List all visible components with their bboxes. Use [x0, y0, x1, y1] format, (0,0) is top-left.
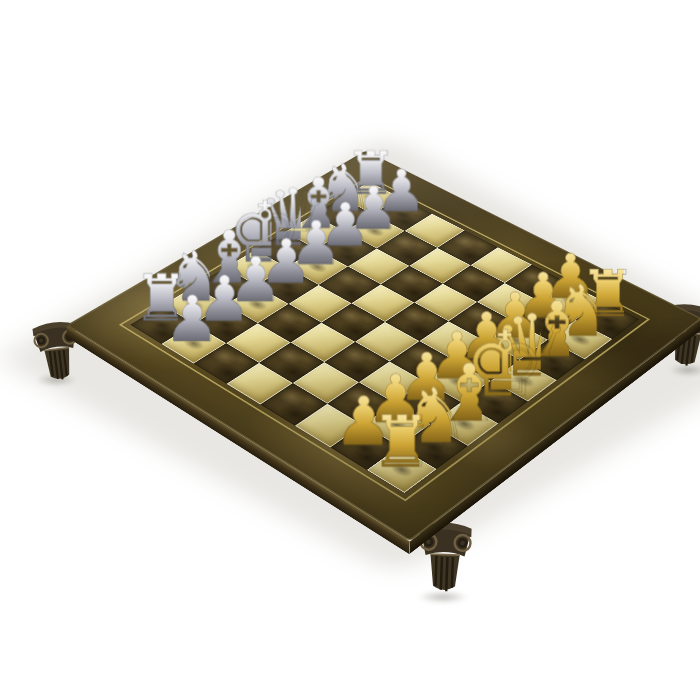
square-h7: ♟ [162, 324, 227, 364]
square-h1: ♜ [367, 447, 437, 493]
product-photo: ♜♟♟♜♞♟♟♞♝♟♟♝♛♟♟♛♚♟♟♚♝♟♟♝♞♟♟♞♜♟♟♜ [0, 0, 700, 700]
scene: ♜♟♟♜♞♟♟♞♝♟♟♝♛♟♟♛♚♟♟♚♝♟♟♝♞♟♟♞♜♟♟♜ [0, 0, 700, 700]
gold-rook-h1: ♜ [370, 410, 419, 475]
chess-board: ♜♟♟♜♞♟♟♞♝♟♟♝♛♟♟♛♚♟♟♚♝♟♟♝♞♟♟♞♜♟♟♜ [66, 150, 700, 541]
board-surface: ♜♟♟♜♞♟♟♞♝♟♟♝♛♟♟♛♚♟♟♚♝♟♟♝♞♟♟♞♜♟♟♜ [66, 150, 700, 541]
playing-field: ♜♟♟♜♞♟♟♞♝♟♟♝♛♟♟♛♚♟♟♚♝♟♟♝♞♟♟♞♜♟♟♜ [130, 182, 639, 493]
silver-pawn-h7: ♟ [164, 290, 210, 348]
